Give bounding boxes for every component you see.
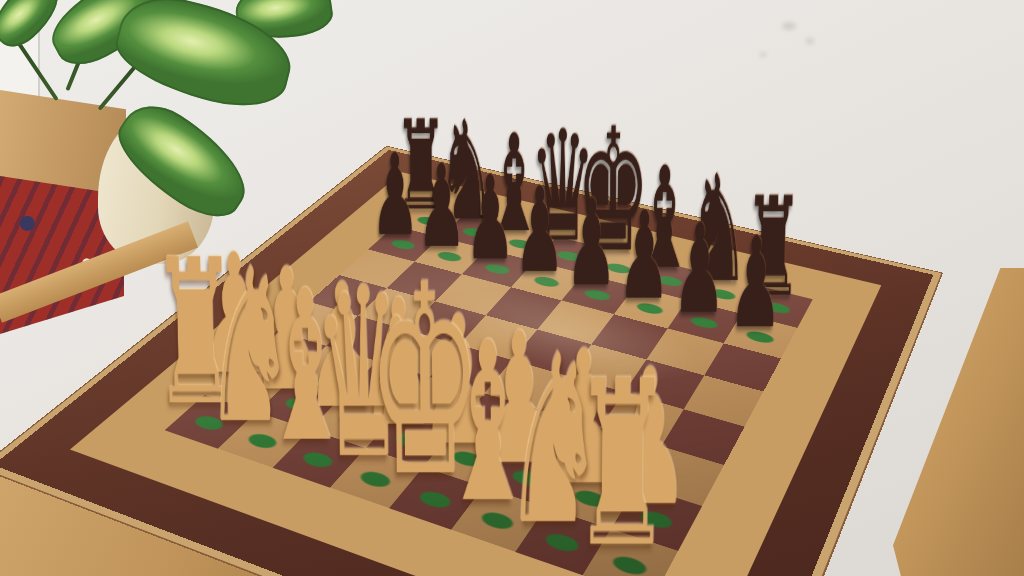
wall-smudge — [806, 38, 814, 44]
wall-smudge — [760, 52, 766, 57]
wall-smudge — [782, 22, 796, 30]
square-h1[interactable]: ♜ — [582, 528, 678, 576]
photo-scene: ♜♞♝♛♚♝♞♜♟♟♟♟♟♟♟♟♟♟♟♟♟♟♟♟♜♞♝♛♚♝♞♜ — [0, 0, 1024, 576]
board-margin: ♜♞♝♛♚♝♞♜♟♟♟♟♟♟♟♟♟♟♟♟♟♟♟♟♜♞♝♛♚♝♞♜ — [70, 172, 881, 576]
board-grid: ♜♞♝♛♚♝♞♜♟♟♟♟♟♟♟♟♟♟♟♟♟♟♟♟♜♞♝♛♚♝♞♜ — [165, 203, 813, 576]
piece-white-rook[interactable]: ♜ — [502, 351, 744, 576]
